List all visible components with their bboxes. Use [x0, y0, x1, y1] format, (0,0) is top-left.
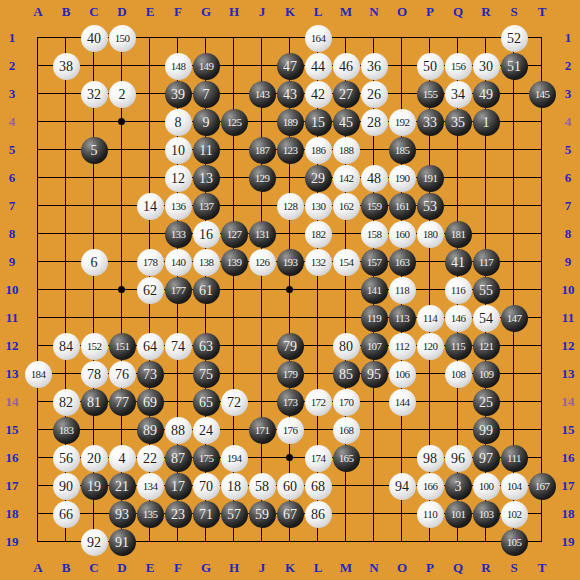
intersection-L16: 174	[304, 444, 332, 472]
stone-F18: 23	[165, 501, 192, 528]
stone-L14: 172	[305, 389, 332, 416]
stone-D14: 77	[109, 389, 136, 416]
stone-P12: 120	[417, 333, 444, 360]
intersection-P12: 120	[416, 332, 444, 360]
stone-J9: 126	[249, 249, 276, 276]
stone-R18: 103	[473, 501, 500, 528]
intersection-J11	[248, 304, 276, 332]
move-number: 29	[305, 165, 332, 192]
intersection-A14	[24, 388, 52, 416]
col-label-M: M	[332, 0, 360, 24]
move-number: 98	[417, 445, 444, 472]
move-number: 61	[193, 277, 220, 304]
stone-K3: 43	[277, 81, 304, 108]
intersection-P6: 191	[416, 164, 444, 192]
intersection-M11	[332, 304, 360, 332]
intersection-G3: 7	[192, 80, 220, 108]
move-number: 80	[333, 333, 360, 360]
intersection-E13: 73	[136, 360, 164, 388]
col-label-C: C	[80, 0, 108, 24]
col-label-K: K	[276, 0, 304, 24]
row-label-18: 18	[0, 500, 24, 528]
intersection-D11	[108, 304, 136, 332]
intersection-T7	[528, 192, 556, 220]
stone-F6: 12	[165, 165, 192, 192]
stone-R15: 99	[473, 417, 500, 444]
col-label-G: G	[192, 556, 220, 580]
intersection-C3: 32	[80, 80, 108, 108]
intersection-K2: 47	[276, 52, 304, 80]
move-number: 89	[137, 417, 164, 444]
intersection-Q4: 35	[444, 108, 472, 136]
intersection-T8	[528, 220, 556, 248]
stone-S16: 111	[501, 445, 528, 472]
stone-P8: 180	[417, 221, 444, 248]
col-label-P: P	[416, 556, 444, 580]
intersection-O12: 112	[388, 332, 416, 360]
move-number: 46	[333, 53, 360, 80]
stone-F3: 39	[165, 81, 192, 108]
move-number: 60	[277, 473, 304, 500]
move-number: 34	[445, 81, 472, 108]
stone-H4: 125	[221, 109, 248, 136]
stone-H16: 194	[221, 445, 248, 472]
col-label-E: E	[136, 0, 164, 24]
intersection-T13	[528, 360, 556, 388]
intersection-M9: 154	[332, 248, 360, 276]
move-number: 143	[249, 81, 276, 108]
move-number: 23	[165, 501, 192, 528]
intersection-G11	[192, 304, 220, 332]
stone-M2: 46	[333, 53, 360, 80]
row-label-8: 8	[0, 220, 24, 248]
move-number: 107	[361, 333, 388, 360]
stone-P11: 114	[417, 305, 444, 332]
intersection-E8	[136, 220, 164, 248]
intersection-E1	[136, 24, 164, 52]
intersection-Q19	[444, 528, 472, 556]
stone-J3: 143	[249, 81, 276, 108]
move-number: 97	[473, 445, 500, 472]
row-label-3: 3	[556, 80, 580, 108]
move-number: 82	[53, 389, 80, 416]
stone-B18: 66	[53, 501, 80, 528]
stone-R4: 1	[473, 109, 500, 136]
move-number: 168	[333, 417, 360, 444]
move-number: 146	[445, 305, 472, 332]
move-number: 175	[193, 445, 220, 472]
move-number: 134	[137, 473, 164, 500]
move-number: 15	[305, 109, 332, 136]
intersection-P17: 166	[416, 472, 444, 500]
intersection-E10: 62	[136, 276, 164, 304]
row-label-3: 3	[0, 80, 24, 108]
intersection-F11	[164, 304, 192, 332]
intersection-K10	[276, 276, 304, 304]
move-number: 36	[361, 53, 388, 80]
intersection-C2	[80, 52, 108, 80]
intersection-B7	[52, 192, 80, 220]
board-grid: 4015016452381481494744463650156305132239…	[24, 24, 556, 556]
intersection-M6: 142	[332, 164, 360, 192]
stone-C17: 19	[81, 473, 108, 500]
intersection-Q13: 108	[444, 360, 472, 388]
stone-G4: 9	[193, 109, 220, 136]
stone-J5: 187	[249, 137, 276, 164]
intersection-J13	[248, 360, 276, 388]
intersection-F12: 74	[164, 332, 192, 360]
intersection-L10	[304, 276, 332, 304]
intersection-R16: 97	[472, 444, 500, 472]
intersection-H1	[220, 24, 248, 52]
intersection-F17: 17	[164, 472, 192, 500]
stone-K13: 179	[277, 361, 304, 388]
intersection-B5	[52, 136, 80, 164]
intersection-N2: 36	[360, 52, 388, 80]
intersection-A8	[24, 220, 52, 248]
stone-B12: 84	[53, 333, 80, 360]
stone-L5: 186	[305, 137, 332, 164]
move-number: 76	[109, 361, 136, 388]
intersection-Q2: 156	[444, 52, 472, 80]
intersection-D9	[108, 248, 136, 276]
row-labels-left: 12345678910111213141516171819	[0, 24, 24, 556]
intersection-E6	[136, 164, 164, 192]
move-number: 156	[445, 53, 472, 80]
stone-C5: 5	[81, 137, 108, 164]
move-number: 116	[445, 277, 472, 304]
intersection-Q10: 116	[444, 276, 472, 304]
intersection-S7	[500, 192, 528, 220]
row-label-5: 5	[0, 136, 24, 164]
intersection-O8: 160	[388, 220, 416, 248]
stone-Q2: 156	[445, 53, 472, 80]
stone-G9: 138	[193, 249, 220, 276]
row-label-13: 13	[0, 360, 24, 388]
col-label-F: F	[164, 556, 192, 580]
intersection-C13: 78	[80, 360, 108, 388]
intersection-L11	[304, 304, 332, 332]
stone-M16: 165	[333, 445, 360, 472]
intersection-P14	[416, 388, 444, 416]
stone-G2: 149	[193, 53, 220, 80]
move-number: 181	[445, 221, 472, 248]
move-number: 10	[165, 137, 192, 164]
intersection-O14: 144	[388, 388, 416, 416]
move-number: 152	[81, 333, 108, 360]
stone-G10: 61	[193, 277, 220, 304]
move-number: 20	[81, 445, 108, 472]
move-number: 187	[249, 137, 276, 164]
stone-B2: 38	[53, 53, 80, 80]
intersection-D13: 76	[108, 360, 136, 388]
move-number: 139	[221, 249, 248, 276]
stone-H17: 18	[221, 473, 248, 500]
stone-G18: 71	[193, 501, 220, 528]
move-number: 136	[165, 193, 192, 220]
intersection-S6	[500, 164, 528, 192]
col-label-B: B	[52, 556, 80, 580]
intersection-R4: 1	[472, 108, 500, 136]
intersection-H6	[220, 164, 248, 192]
intersection-L3: 42	[304, 80, 332, 108]
move-number: 191	[417, 165, 444, 192]
intersection-H15	[220, 416, 248, 444]
move-number: 45	[333, 109, 360, 136]
stone-R13: 109	[473, 361, 500, 388]
intersection-T1	[528, 24, 556, 52]
move-number: 184	[25, 361, 52, 388]
move-number: 106	[389, 361, 416, 388]
stone-N2: 36	[361, 53, 388, 80]
move-number: 142	[333, 165, 360, 192]
move-number: 170	[333, 389, 360, 416]
intersection-E3	[136, 80, 164, 108]
intersection-G17: 70	[192, 472, 220, 500]
stone-O8: 160	[389, 221, 416, 248]
move-number: 40	[81, 25, 108, 52]
move-number: 57	[221, 501, 248, 528]
stone-L2: 44	[305, 53, 332, 80]
intersection-L17: 68	[304, 472, 332, 500]
move-number: 17	[165, 473, 192, 500]
intersection-D6	[108, 164, 136, 192]
move-number: 74	[165, 333, 192, 360]
stone-L18: 86	[305, 501, 332, 528]
move-number: 8	[165, 109, 192, 136]
intersection-H10	[220, 276, 248, 304]
stone-B15: 183	[53, 417, 80, 444]
stone-N3: 26	[361, 81, 388, 108]
stone-Q16: 96	[445, 445, 472, 472]
intersection-P13	[416, 360, 444, 388]
intersection-H17: 18	[220, 472, 248, 500]
stone-O6: 190	[389, 165, 416, 192]
stone-P18: 110	[417, 501, 444, 528]
stone-O13: 106	[389, 361, 416, 388]
intersection-H5	[220, 136, 248, 164]
intersection-N16	[360, 444, 388, 472]
intersection-T5	[528, 136, 556, 164]
col-label-J: J	[248, 556, 276, 580]
intersection-P16: 98	[416, 444, 444, 472]
intersection-S14	[500, 388, 528, 416]
intersection-B11	[52, 304, 80, 332]
intersection-N10: 141	[360, 276, 388, 304]
intersection-S17: 104	[500, 472, 528, 500]
move-number: 172	[305, 389, 332, 416]
intersection-D15	[108, 416, 136, 444]
row-label-15: 15	[0, 416, 24, 444]
intersection-K19	[276, 528, 304, 556]
intersection-T14	[528, 388, 556, 416]
intersection-O15	[388, 416, 416, 444]
stone-M7: 162	[333, 193, 360, 220]
stone-C3: 32	[81, 81, 108, 108]
stone-Q9: 41	[445, 249, 472, 276]
move-number: 68	[305, 473, 332, 500]
stone-L16: 174	[305, 445, 332, 472]
move-number: 48	[361, 165, 388, 192]
stone-S17: 104	[501, 473, 528, 500]
intersection-G15: 24	[192, 416, 220, 444]
intersection-K16	[276, 444, 304, 472]
stone-R2: 30	[473, 53, 500, 80]
intersection-N17	[360, 472, 388, 500]
stone-L4: 15	[305, 109, 332, 136]
intersection-P4: 33	[416, 108, 444, 136]
move-number: 104	[501, 473, 528, 500]
row-label-4: 4	[0, 108, 24, 136]
col-label-B: B	[52, 0, 80, 24]
stone-N7: 159	[361, 193, 388, 220]
intersection-H7	[220, 192, 248, 220]
intersection-M15: 168	[332, 416, 360, 444]
intersection-N15	[360, 416, 388, 444]
intersection-P1	[416, 24, 444, 52]
col-label-M: M	[332, 556, 360, 580]
intersection-J16	[248, 444, 276, 472]
column-labels-top: ABCDEFGHJKLMNOPQRST	[24, 0, 556, 24]
move-number: 16	[193, 221, 220, 248]
intersection-F18: 23	[164, 500, 192, 528]
intersection-P9	[416, 248, 444, 276]
move-number: 149	[193, 53, 220, 80]
move-number: 19	[81, 473, 108, 500]
intersection-E7: 14	[136, 192, 164, 220]
move-number: 53	[417, 193, 444, 220]
intersection-T6	[528, 164, 556, 192]
intersection-O5: 185	[388, 136, 416, 164]
intersection-J7	[248, 192, 276, 220]
move-number: 183	[53, 417, 80, 444]
stone-C14: 81	[81, 389, 108, 416]
intersection-S5	[500, 136, 528, 164]
stone-D3: 2	[109, 81, 136, 108]
intersection-A10	[24, 276, 52, 304]
intersection-P11: 114	[416, 304, 444, 332]
stone-G15: 24	[193, 417, 220, 444]
intersection-N11: 119	[360, 304, 388, 332]
stone-H18: 57	[221, 501, 248, 528]
intersection-N18	[360, 500, 388, 528]
intersection-M1	[332, 24, 360, 52]
stone-E12: 64	[137, 333, 164, 360]
stone-O9: 163	[389, 249, 416, 276]
intersection-R14: 25	[472, 388, 500, 416]
intersection-O13: 106	[388, 360, 416, 388]
move-number: 130	[305, 193, 332, 220]
intersection-C14: 81	[80, 388, 108, 416]
move-number: 71	[193, 501, 220, 528]
stone-M15: 168	[333, 417, 360, 444]
intersection-C7	[80, 192, 108, 220]
move-number: 157	[361, 249, 388, 276]
intersection-B6	[52, 164, 80, 192]
intersection-R17: 100	[472, 472, 500, 500]
intersection-O10: 118	[388, 276, 416, 304]
intersection-A17	[24, 472, 52, 500]
intersection-H16: 194	[220, 444, 248, 472]
row-label-15: 15	[556, 416, 580, 444]
move-number: 86	[305, 501, 332, 528]
intersection-L8: 182	[304, 220, 332, 248]
move-number: 158	[361, 221, 388, 248]
intersection-G10: 61	[192, 276, 220, 304]
intersection-J17: 58	[248, 472, 276, 500]
stone-F15: 88	[165, 417, 192, 444]
stone-E18: 135	[137, 501, 164, 528]
stone-O12: 112	[389, 333, 416, 360]
intersection-G6: 13	[192, 164, 220, 192]
move-number: 72	[221, 389, 248, 416]
stone-E13: 73	[137, 361, 164, 388]
move-number: 189	[277, 109, 304, 136]
intersection-R19	[472, 528, 500, 556]
intersection-O1	[388, 24, 416, 52]
intersection-F14	[164, 388, 192, 416]
intersection-D2	[108, 52, 136, 80]
stone-S11: 147	[501, 305, 528, 332]
stone-R11: 54	[473, 305, 500, 332]
stone-K12: 79	[277, 333, 304, 360]
intersection-G19	[192, 528, 220, 556]
intersection-D5	[108, 136, 136, 164]
intersection-G5: 11	[192, 136, 220, 164]
stone-D16: 4	[109, 445, 136, 472]
stone-Q13: 108	[445, 361, 472, 388]
stone-J18: 59	[249, 501, 276, 528]
move-number: 70	[193, 473, 220, 500]
move-number: 135	[137, 501, 164, 528]
intersection-E9: 178	[136, 248, 164, 276]
move-number: 179	[277, 361, 304, 388]
intersection-S15	[500, 416, 528, 444]
stone-C13: 78	[81, 361, 108, 388]
intersection-F3: 39	[164, 80, 192, 108]
intersection-F13	[164, 360, 192, 388]
row-label-10: 10	[556, 276, 580, 304]
stone-D1: 150	[109, 25, 136, 52]
move-number: 161	[389, 193, 416, 220]
move-number: 24	[193, 417, 220, 444]
intersection-D4	[108, 108, 136, 136]
stone-M3: 27	[333, 81, 360, 108]
row-label-4: 4	[556, 108, 580, 136]
intersection-P5	[416, 136, 444, 164]
intersection-T10	[528, 276, 556, 304]
intersection-D14: 77	[108, 388, 136, 416]
intersection-H12	[220, 332, 248, 360]
col-label-G: G	[192, 0, 220, 24]
stone-P6: 191	[417, 165, 444, 192]
move-number: 155	[417, 81, 444, 108]
intersection-C18	[80, 500, 108, 528]
intersection-D1: 150	[108, 24, 136, 52]
intersection-L12	[304, 332, 332, 360]
move-number: 185	[389, 137, 416, 164]
stone-C12: 152	[81, 333, 108, 360]
stone-B16: 56	[53, 445, 80, 472]
move-number: 87	[165, 445, 192, 472]
intersection-D12: 151	[108, 332, 136, 360]
row-label-5: 5	[556, 136, 580, 164]
intersection-Q18: 101	[444, 500, 472, 528]
intersection-S2: 51	[500, 52, 528, 80]
stone-E14: 69	[137, 389, 164, 416]
intersection-R11: 54	[472, 304, 500, 332]
intersection-J1	[248, 24, 276, 52]
